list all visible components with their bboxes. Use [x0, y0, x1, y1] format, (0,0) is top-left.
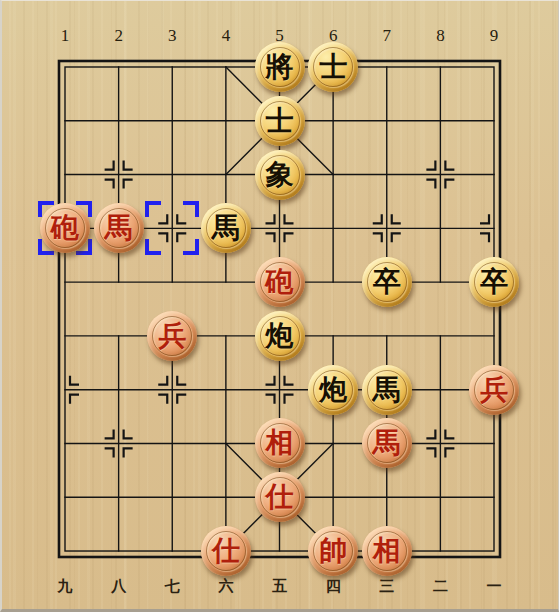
piece-glyph: 卒 — [480, 268, 508, 296]
piece-red-soldier[interactable]: 兵 — [469, 365, 519, 415]
file-label-bottom-2: 八 — [111, 577, 126, 596]
piece-glyph: 仕 — [212, 537, 240, 565]
piece-red-elephant[interactable]: 相 — [255, 418, 305, 468]
piece-glyph: 炮 — [266, 322, 294, 350]
file-label-bottom-9: 一 — [487, 577, 502, 596]
file-label-bottom-8: 二 — [433, 577, 448, 596]
file-label-bottom-7: 三 — [379, 577, 394, 596]
bracket-corner-tr — [183, 201, 199, 217]
piece-black-soldier[interactable]: 卒 — [362, 257, 412, 307]
file-label-bottom-4: 六 — [218, 577, 233, 596]
piece-black-advisor[interactable]: 士 — [308, 42, 358, 92]
piece-black-advisor[interactable]: 士 — [255, 96, 305, 146]
piece-glyph: 相 — [373, 537, 401, 565]
piece-black-cannon[interactable]: 炮 — [308, 365, 358, 415]
piece-black-soldier[interactable]: 卒 — [469, 257, 519, 307]
bracket-corner-br — [183, 239, 199, 255]
piece-glyph: 相 — [266, 429, 294, 457]
piece-red-elephant[interactable]: 相 — [362, 526, 412, 576]
board-grid[interactable]: 將士士象砲馬馬砲卒卒兵炮炮馬兵相馬仕仕帥相 — [38, 40, 521, 578]
piece-red-cannon[interactable]: 砲 — [40, 203, 90, 253]
piece-black-elephant[interactable]: 象 — [255, 150, 305, 200]
piece-black-horse[interactable]: 馬 — [362, 365, 412, 415]
piece-black-cannon[interactable]: 炮 — [255, 311, 305, 361]
piece-glyph: 將 — [266, 53, 294, 81]
piece-glyph: 馬 — [373, 376, 401, 404]
piece-black-horse[interactable]: 馬 — [201, 203, 251, 253]
piece-glyph: 馬 — [105, 214, 133, 242]
piece-glyph: 象 — [266, 161, 294, 189]
piece-red-soldier[interactable]: 兵 — [147, 311, 197, 361]
piece-glyph: 卒 — [373, 268, 401, 296]
file-label-bottom-1: 九 — [58, 577, 73, 596]
piece-glyph: 砲 — [266, 268, 294, 296]
piece-glyph: 兵 — [158, 322, 186, 350]
piece-red-horse[interactable]: 馬 — [362, 418, 412, 468]
piece-glyph: 帥 — [319, 537, 347, 565]
piece-glyph: 炮 — [319, 376, 347, 404]
piece-glyph: 士 — [319, 53, 347, 81]
piece-red-advisor[interactable]: 仕 — [255, 472, 305, 522]
bracket-corner-tl — [145, 201, 161, 217]
piece-glyph: 馬 — [212, 214, 240, 242]
piece-black-general[interactable]: 將 — [255, 42, 305, 92]
bracket-corner-bl — [145, 239, 161, 255]
last-move-marker — [145, 201, 199, 255]
xiangqi-board-screen: 123456789 將士士象砲馬馬砲卒卒兵炮炮馬兵相馬仕仕帥相 九八七六五四三二… — [0, 0, 559, 612]
file-label-bottom-6: 四 — [326, 577, 341, 596]
piece-red-general[interactable]: 帥 — [308, 526, 358, 576]
piece-red-cannon[interactable]: 砲 — [255, 257, 305, 307]
piece-red-horse[interactable]: 馬 — [94, 203, 144, 253]
piece-glyph: 馬 — [373, 429, 401, 457]
file-label-bottom-5: 五 — [272, 577, 287, 596]
piece-glyph: 兵 — [480, 376, 508, 404]
piece-glyph: 士 — [266, 107, 294, 135]
piece-glyph: 砲 — [51, 214, 79, 242]
piece-red-advisor[interactable]: 仕 — [201, 526, 251, 576]
file-label-bottom-3: 七 — [165, 577, 180, 596]
piece-glyph: 仕 — [266, 483, 294, 511]
